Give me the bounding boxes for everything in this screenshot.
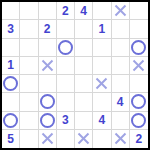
cell-r2c7[interactable] xyxy=(112,20,130,38)
cell-r7c1[interactable] xyxy=(2,112,20,130)
circle-mark xyxy=(131,40,146,55)
cross-mark xyxy=(114,4,127,17)
circle-mark xyxy=(40,94,55,109)
cell-r1c7[interactable] xyxy=(112,2,130,20)
cross-mark xyxy=(41,59,54,72)
cell-r8c3[interactable] xyxy=(39,130,57,148)
cross-mark xyxy=(77,132,90,145)
cell-r6c4[interactable] xyxy=(57,93,75,111)
cell-r4c1: 1 xyxy=(2,57,20,75)
cell-r8c5[interactable] xyxy=(75,130,93,148)
circle-mark xyxy=(3,113,18,128)
cell-r3c7[interactable] xyxy=(112,39,130,57)
circle-mark xyxy=(131,94,146,109)
cross-mark xyxy=(95,77,108,90)
cell-r1c1[interactable] xyxy=(2,2,20,20)
cell-r3c3[interactable] xyxy=(39,39,57,57)
cell-r6c7: 4 xyxy=(112,93,130,111)
cell-r2c4[interactable] xyxy=(57,20,75,38)
cell-r5c8[interactable] xyxy=(130,75,148,93)
cell-r4c2[interactable] xyxy=(20,57,38,75)
cell-r3c2[interactable] xyxy=(20,39,38,57)
cell-r5c6[interactable] xyxy=(93,75,111,93)
cell-r6c3[interactable] xyxy=(39,93,57,111)
cell-r2c3: 2 xyxy=(39,20,57,38)
cell-r2c8[interactable] xyxy=(130,20,148,38)
cell-r8c7[interactable] xyxy=(112,130,130,148)
cell-r1c3[interactable] xyxy=(39,2,57,20)
cell-r1c2[interactable] xyxy=(20,2,38,20)
cell-r1c6[interactable] xyxy=(93,2,111,20)
cell-r8c6[interactable] xyxy=(93,130,111,148)
clue-digit: 4 xyxy=(99,114,106,126)
cell-r8c8: 2 xyxy=(130,130,148,148)
clue-digit: 3 xyxy=(7,23,14,35)
circle-mark xyxy=(3,76,18,91)
cell-r6c2[interactable] xyxy=(20,93,38,111)
cell-r7c4: 3 xyxy=(57,112,75,130)
cell-r2c2[interactable] xyxy=(20,20,38,38)
cell-r6c5[interactable] xyxy=(75,93,93,111)
cell-r8c2[interactable] xyxy=(20,130,38,148)
cell-r7c6: 4 xyxy=(93,112,111,130)
clue-digit: 1 xyxy=(99,23,106,35)
cell-r7c5[interactable] xyxy=(75,112,93,130)
cell-r4c5[interactable] xyxy=(75,57,93,75)
cell-r6c1[interactable] xyxy=(2,93,20,111)
circle-mark xyxy=(58,40,73,55)
cell-r7c2[interactable] xyxy=(20,112,38,130)
cell-r1c8[interactable] xyxy=(130,2,148,20)
cell-r7c8[interactable] xyxy=(130,112,148,130)
circle-mark xyxy=(40,113,55,128)
cell-r4c6[interactable] xyxy=(93,57,111,75)
cell-r3c6[interactable] xyxy=(93,39,111,57)
cell-r4c4[interactable] xyxy=(57,57,75,75)
clue-digit: 2 xyxy=(62,5,69,17)
clue-digit: 4 xyxy=(117,96,124,108)
cell-r5c2[interactable] xyxy=(20,75,38,93)
cell-r4c8[interactable] xyxy=(130,57,148,75)
cell-r4c7[interactable] xyxy=(112,57,130,75)
cross-mark xyxy=(114,132,127,145)
cell-r4c3[interactable] xyxy=(39,57,57,75)
cell-r1c4: 2 xyxy=(57,2,75,20)
cell-r3c4[interactable] xyxy=(57,39,75,57)
clue-digit: 5 xyxy=(7,133,14,145)
cell-r3c5[interactable] xyxy=(75,39,93,57)
circle-mark xyxy=(131,113,146,128)
cross-mark xyxy=(41,132,54,145)
cell-r1c5: 4 xyxy=(75,2,93,20)
cell-r5c7[interactable] xyxy=(112,75,130,93)
clue-digit: 2 xyxy=(44,23,51,35)
cell-r8c1: 5 xyxy=(2,130,20,148)
clue-digit: 1 xyxy=(7,59,14,71)
cell-r5c3[interactable] xyxy=(39,75,57,93)
cross-mark xyxy=(132,59,145,72)
cell-r6c6[interactable] xyxy=(93,93,111,111)
clue-digit: 2 xyxy=(136,133,143,145)
cell-r5c5[interactable] xyxy=(75,75,93,93)
cell-r7c3[interactable] xyxy=(39,112,57,130)
puzzle-board: 24321143452 xyxy=(0,0,150,150)
clue-digit: 4 xyxy=(80,5,87,17)
cell-r5c1[interactable] xyxy=(2,75,20,93)
cell-r3c1[interactable] xyxy=(2,39,20,57)
cell-r3c8[interactable] xyxy=(130,39,148,57)
cell-r2c5[interactable] xyxy=(75,20,93,38)
clue-digit: 3 xyxy=(62,114,69,126)
cell-r6c8[interactable] xyxy=(130,93,148,111)
cell-r7c7[interactable] xyxy=(112,112,130,130)
cell-r8c4[interactable] xyxy=(57,130,75,148)
cell-r5c4[interactable] xyxy=(57,75,75,93)
cell-r2c1: 3 xyxy=(2,20,20,38)
cell-r2c6: 1 xyxy=(93,20,111,38)
